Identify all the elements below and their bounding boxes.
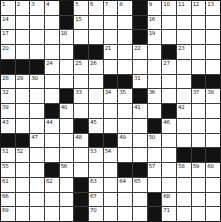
cell-r8c2[interactable] [16, 104, 30, 118]
cell-r5c4[interactable]: 24 [45, 60, 59, 74]
cell-r7c8[interactable]: 34 [104, 89, 118, 103]
cell-r8c15[interactable] [206, 104, 220, 118]
cell-r1c7[interactable]: 6 [89, 1, 103, 15]
cell-r2c9[interactable] [118, 16, 132, 30]
black-cell-r4c6 [74, 45, 88, 59]
black-cell-r5c2 [16, 60, 30, 74]
cell-r12c1[interactable]: 55 [1, 163, 15, 177]
cell-r13c14[interactable] [192, 178, 206, 192]
clue-number-9: 9 [149, 1, 152, 7]
cell-r11c9[interactable] [118, 148, 132, 162]
cell-r1c3[interactable]: 3 [30, 1, 44, 15]
cell-r8c6[interactable] [74, 104, 88, 118]
cell-r13c9[interactable]: 64 [118, 178, 132, 192]
cell-r15c1[interactable]: 69 [1, 207, 15, 221]
cell-r7c4[interactable] [45, 89, 59, 103]
clue-number-15: 15 [75, 16, 81, 22]
cell-r8c3[interactable] [30, 104, 44, 118]
cell-r2c11[interactable]: 16 [148, 16, 162, 30]
cell-r13c1[interactable]: 61 [1, 178, 15, 192]
clue-number-42: 42 [178, 104, 184, 110]
cell-r7c1[interactable]: 32 [1, 89, 15, 103]
clue-number-45: 45 [90, 119, 96, 125]
cell-r8c11[interactable] [148, 104, 162, 118]
clue-number-48: 48 [75, 134, 81, 140]
cell-r1c12[interactable]: 10 [162, 1, 176, 15]
clue-number-2: 2 [17, 1, 20, 7]
cell-r10c13[interactable] [177, 134, 191, 148]
cell-r10c3[interactable]: 47 [30, 134, 44, 148]
cell-r6c10[interactable]: 31 [133, 75, 147, 89]
cell-r9c10[interactable] [133, 119, 147, 133]
black-cell-r12c10 [133, 163, 147, 177]
clue-number-49: 49 [119, 134, 125, 140]
cell-r13c15[interactable] [206, 178, 220, 192]
clue-number-53: 53 [90, 148, 96, 154]
cell-r7c13[interactable] [177, 89, 191, 103]
cell-r9c4[interactable]: 44 [45, 119, 59, 133]
clue-number-10: 10 [163, 1, 169, 7]
clue-number-50: 50 [149, 134, 155, 140]
cell-r5c13[interactable] [177, 60, 191, 74]
cell-r2c3[interactable] [30, 16, 44, 30]
cell-r15c9[interactable] [118, 207, 132, 221]
cell-r15c4[interactable] [45, 207, 59, 221]
cell-r8c13[interactable]: 42 [177, 104, 191, 118]
cell-r10c10[interactable] [133, 134, 147, 148]
black-cell-r5c3 [30, 60, 44, 74]
cell-r4c15[interactable] [206, 45, 220, 59]
clue-number-4: 4 [46, 1, 49, 7]
cell-r11c1[interactable]: 51 [1, 148, 15, 162]
cell-r10c5[interactable] [60, 134, 74, 148]
cell-r14c10[interactable] [133, 193, 147, 207]
clue-number-57: 57 [149, 163, 155, 169]
cell-r1c4[interactable]: 4 [45, 1, 59, 15]
clue-number-3: 3 [31, 1, 34, 7]
clue-number-40: 40 [61, 104, 67, 110]
clue-number-46: 46 [163, 119, 169, 125]
black-cell-r6c14 [192, 75, 206, 89]
cell-r5c8[interactable] [104, 60, 118, 74]
cell-r7c3[interactable] [30, 89, 44, 103]
cell-r12c7[interactable] [89, 163, 103, 177]
cell-r5c14[interactable] [192, 60, 206, 74]
cell-r4c5[interactable] [60, 45, 74, 59]
cell-r9c5[interactable] [60, 119, 74, 133]
clue-number-56: 56 [61, 163, 67, 169]
clue-number-14: 14 [2, 16, 8, 22]
clue-number-70: 70 [90, 207, 96, 213]
cell-r7c12[interactable] [162, 89, 176, 103]
clue-number-27: 27 [163, 60, 169, 66]
cell-r3c1[interactable]: 17 [1, 30, 15, 44]
cell-r11c5[interactable] [60, 148, 74, 162]
cell-r9c7[interactable]: 45 [89, 119, 103, 133]
clue-number-25: 25 [75, 60, 81, 66]
cell-r1c1[interactable]: 1 [1, 1, 15, 15]
clue-number-6: 6 [90, 1, 93, 7]
cell-r4c4[interactable] [45, 45, 59, 59]
cell-r4c1[interactable]: 20 [1, 45, 15, 59]
cell-r7c15[interactable]: 38 [206, 89, 220, 103]
cell-r14c7[interactable]: 67 [89, 193, 103, 207]
cell-r6c4[interactable] [45, 75, 59, 89]
cell-r12c14[interactable]: 59 [192, 163, 206, 177]
black-cell-r15c11 [148, 207, 162, 221]
cell-r15c15[interactable] [206, 207, 220, 221]
cell-r11c10[interactable] [133, 148, 147, 162]
clue-number-68: 68 [163, 193, 169, 199]
black-cell-r12c4 [45, 163, 59, 177]
cell-r14c15[interactable] [206, 193, 220, 207]
cell-r11c12[interactable] [162, 148, 176, 162]
cell-r15c7[interactable]: 70 [89, 207, 103, 221]
cell-r6c6[interactable] [74, 75, 88, 89]
clue-number-1: 1 [2, 1, 5, 7]
clue-number-33: 33 [75, 89, 81, 95]
cell-r5c11[interactable] [148, 60, 162, 74]
clue-number-16: 16 [149, 16, 155, 22]
cell-r9c15[interactable] [206, 119, 220, 133]
cell-r11c11[interactable] [148, 148, 162, 162]
cell-r9c13[interactable] [177, 119, 191, 133]
clue-number-60: 60 [207, 163, 213, 169]
cell-r15c12[interactable]: 71 [162, 207, 176, 221]
clue-number-23: 23 [178, 45, 184, 51]
cell-r10c9[interactable]: 49 [118, 134, 132, 148]
cell-r12c5[interactable]: 56 [60, 163, 74, 177]
cell-r12c3[interactable] [30, 163, 44, 177]
clue-number-67: 67 [90, 193, 96, 199]
cell-r7c9[interactable]: 35 [118, 89, 132, 103]
cell-r8c1[interactable]: 39 [1, 104, 15, 118]
cell-r10c4[interactable] [45, 134, 59, 148]
black-cell-r2c5 [60, 16, 74, 30]
cell-r6c2[interactable]: 29 [16, 75, 30, 89]
clue-number-63: 63 [90, 178, 96, 184]
clue-number-59: 59 [193, 163, 199, 169]
cell-r10c11[interactable]: 50 [148, 134, 162, 148]
black-cell-r4c12 [162, 45, 176, 59]
cell-r14c2[interactable] [16, 193, 30, 207]
black-cell-r1c5 [60, 1, 74, 15]
clue-number-30: 30 [31, 75, 37, 81]
clue-number-47: 47 [31, 134, 37, 140]
cell-r15c10[interactable] [133, 207, 147, 221]
cell-r2c1[interactable]: 14 [1, 16, 15, 30]
cell-r3c14[interactable] [192, 30, 206, 44]
cell-r5c6[interactable]: 25 [74, 60, 88, 74]
clue-number-61: 61 [2, 178, 8, 184]
cell-r4c9[interactable] [118, 45, 132, 59]
cell-r11c2[interactable]: 52 [16, 148, 30, 162]
black-cell-r6c8 [104, 75, 118, 89]
clue-number-22: 22 [134, 45, 140, 51]
clue-number-66: 66 [2, 193, 8, 199]
cell-r2c14[interactable] [192, 16, 206, 30]
cell-r1c6[interactable]: 5 [74, 1, 88, 15]
cell-r2c4[interactable] [45, 16, 59, 30]
crossword-board: 1234567891011121314151617181920212223242… [0, 0, 221, 222]
black-cell-r4c7 [89, 45, 103, 59]
clue-number-31: 31 [134, 75, 140, 81]
cell-r14c12[interactable]: 68 [162, 193, 176, 207]
cell-r6c11[interactable] [148, 75, 162, 89]
clue-number-54: 54 [105, 148, 111, 154]
cell-r12c8[interactable] [104, 163, 118, 177]
cell-r14c14[interactable] [192, 193, 206, 207]
cell-r13c2[interactable] [16, 178, 30, 192]
cell-r7c11[interactable]: 36 [148, 89, 162, 103]
cell-r11c4[interactable] [45, 148, 59, 162]
clue-number-51: 51 [2, 148, 8, 154]
cell-r7c2[interactable] [16, 89, 30, 103]
cell-r3c15[interactable] [206, 30, 220, 44]
black-cell-r1c10 [133, 1, 147, 15]
clue-number-8: 8 [119, 1, 122, 7]
clue-number-12: 12 [193, 1, 199, 7]
cell-r3c6[interactable] [74, 30, 88, 44]
cell-r14c13[interactable] [177, 193, 191, 207]
cell-r3c13[interactable] [177, 30, 191, 44]
cell-r8c9[interactable] [118, 104, 132, 118]
cell-r2c15[interactable] [206, 16, 220, 30]
cell-r7c6[interactable]: 33 [74, 89, 88, 103]
cell-r15c8[interactable] [104, 207, 118, 221]
cell-r4c8[interactable]: 21 [104, 45, 118, 59]
cell-r1c8[interactable]: 7 [104, 1, 118, 15]
cell-r12c12[interactable] [162, 163, 176, 177]
black-cell-r10c7 [89, 134, 103, 148]
clue-number-35: 35 [119, 89, 125, 95]
clue-number-44: 44 [46, 119, 52, 125]
cell-r4c2[interactable] [16, 45, 30, 59]
clue-number-19: 19 [149, 30, 155, 36]
clue-number-32: 32 [2, 89, 8, 95]
cell-r12c15[interactable]: 60 [206, 163, 220, 177]
cell-r5c15[interactable] [206, 60, 220, 74]
clue-number-39: 39 [2, 104, 8, 110]
cell-r15c5[interactable] [60, 207, 74, 221]
cell-r1c2[interactable]: 2 [16, 1, 30, 15]
clue-number-37: 37 [193, 89, 199, 95]
cell-r8c10[interactable]: 41 [133, 104, 147, 118]
black-cell-r11c15 [206, 148, 220, 162]
black-cell-r10c2 [16, 134, 30, 148]
cell-r2c12[interactable] [162, 16, 176, 30]
cell-r6c13[interactable] [177, 75, 191, 89]
clue-number-26: 26 [90, 60, 96, 66]
cell-r4c14[interactable] [192, 45, 206, 59]
cell-r5c7[interactable]: 26 [89, 60, 103, 74]
clue-number-18: 18 [61, 30, 67, 36]
black-cell-r11c13 [177, 148, 191, 162]
clue-number-69: 69 [2, 207, 8, 213]
clue-number-13: 13 [207, 1, 213, 7]
cell-r4c10[interactable]: 22 [133, 45, 147, 59]
cell-r1c11[interactable]: 9 [148, 1, 162, 15]
cell-r13c8[interactable] [104, 178, 118, 192]
clue-number-65: 65 [134, 178, 140, 184]
cell-r11c3[interactable] [30, 148, 44, 162]
clue-number-17: 17 [2, 30, 8, 36]
cell-r5c12[interactable]: 27 [162, 60, 176, 74]
clue-number-21: 21 [105, 45, 111, 51]
cell-r13c4[interactable]: 62 [45, 178, 59, 192]
black-cell-r10c1 [1, 134, 15, 148]
black-cell-r9c6 [74, 119, 88, 133]
cell-r11c7[interactable]: 53 [89, 148, 103, 162]
clue-number-34: 34 [105, 89, 111, 95]
cell-r13c3[interactable] [30, 178, 44, 192]
cell-r13c13[interactable] [177, 178, 191, 192]
cell-r1c15[interactable]: 13 [206, 1, 220, 15]
cell-r2c6[interactable]: 15 [74, 16, 88, 30]
clue-number-55: 55 [2, 163, 8, 169]
clue-number-64: 64 [119, 178, 125, 184]
cell-r3c5[interactable]: 18 [60, 30, 74, 44]
cell-r4c11[interactable] [148, 45, 162, 59]
cell-r6c12[interactable] [162, 75, 176, 89]
cell-r7c7[interactable] [89, 89, 103, 103]
clue-number-5: 5 [75, 1, 78, 7]
cell-r15c2[interactable] [16, 207, 30, 221]
black-cell-r6c9 [118, 75, 132, 89]
clue-number-71: 71 [163, 207, 169, 213]
cell-r8c14[interactable] [192, 104, 206, 118]
cell-r6c3[interactable]: 30 [30, 75, 44, 89]
cell-r3c9[interactable] [118, 30, 132, 44]
clue-number-62: 62 [46, 178, 52, 184]
black-cell-r7c10 [133, 89, 147, 103]
cell-r14c3[interactable] [30, 193, 44, 207]
cell-r10c14[interactable] [192, 134, 206, 148]
clue-number-41: 41 [134, 104, 140, 110]
cell-r4c13[interactable]: 23 [177, 45, 191, 59]
clue-number-43: 43 [2, 119, 8, 125]
clue-number-38: 38 [207, 89, 213, 95]
black-cell-r8c12 [162, 104, 176, 118]
cell-r14c1[interactable]: 66 [1, 193, 15, 207]
black-cell-r6c15 [206, 75, 220, 89]
cell-r9c14[interactable] [192, 119, 206, 133]
clue-number-20: 20 [2, 45, 8, 51]
cell-r14c8[interactable] [104, 193, 118, 207]
cell-r2c7[interactable] [89, 16, 103, 30]
cell-r14c5[interactable] [60, 193, 74, 207]
cell-r15c13[interactable] [177, 207, 191, 221]
clue-number-7: 7 [105, 1, 108, 7]
cell-r6c1[interactable]: 28 [1, 75, 15, 89]
cell-r9c12[interactable]: 46 [162, 119, 176, 133]
cell-r2c13[interactable] [177, 16, 191, 30]
cell-r4c3[interactable] [30, 45, 44, 59]
cell-r15c14[interactable] [192, 207, 206, 221]
cell-r14c4[interactable] [45, 193, 59, 207]
clue-number-29: 29 [17, 75, 23, 81]
black-cell-r2c10 [133, 16, 147, 30]
clue-number-24: 24 [46, 60, 52, 66]
cell-r8c8[interactable] [104, 104, 118, 118]
crossword-puzzle: 1234567891011121314151617181920212223242… [0, 0, 221, 222]
cell-r2c2[interactable] [16, 16, 30, 30]
clue-number-52: 52 [17, 148, 23, 154]
cell-r1c14[interactable]: 12 [192, 1, 206, 15]
cell-r3c4[interactable] [45, 30, 59, 44]
cell-r3c7[interactable] [89, 30, 103, 44]
cell-r11c6[interactable] [74, 148, 88, 162]
cell-r9c1[interactable]: 43 [1, 119, 15, 133]
cell-r5c9[interactable] [118, 60, 132, 74]
black-cell-r14c6 [74, 193, 88, 207]
cell-r13c10[interactable]: 65 [133, 178, 147, 192]
cell-r10c15[interactable] [206, 134, 220, 148]
cell-r6c7[interactable] [89, 75, 103, 89]
cell-r3c2[interactable] [16, 30, 30, 44]
cell-r13c11[interactable] [148, 178, 162, 192]
cell-r5c10[interactable] [133, 60, 147, 74]
cell-r3c3[interactable] [30, 30, 44, 44]
cell-r12c6[interactable] [74, 163, 88, 177]
cell-r13c5[interactable] [60, 178, 74, 192]
cell-r1c13[interactable]: 11 [177, 1, 191, 15]
black-cell-r5c1 [1, 60, 15, 74]
cell-r15c3[interactable] [30, 207, 44, 221]
black-cell-r9c11 [148, 119, 162, 133]
cell-r10c6[interactable]: 48 [74, 134, 88, 148]
clue-number-28: 28 [2, 75, 8, 81]
black-cell-r12c9 [118, 163, 132, 177]
cell-r9c2[interactable] [16, 119, 30, 133]
cell-r9c8[interactable] [104, 119, 118, 133]
cell-r14c9[interactable] [118, 193, 132, 207]
cell-r12c13[interactable]: 58 [177, 163, 191, 177]
clue-number-58: 58 [178, 163, 184, 169]
cell-r3c12[interactable] [162, 30, 176, 44]
cell-r3c11[interactable]: 19 [148, 30, 162, 44]
cell-r8c5[interactable]: 40 [60, 104, 74, 118]
cell-r1c9[interactable]: 8 [118, 1, 132, 15]
cell-r13c12[interactable] [162, 178, 176, 192]
black-cell-r10c8 [104, 134, 118, 148]
cell-r7c14[interactable]: 37 [192, 89, 206, 103]
black-cell-r14c11 [148, 193, 162, 207]
black-cell-r7c5 [60, 89, 74, 103]
cell-r8c7[interactable] [89, 104, 103, 118]
cell-r5c5[interactable] [60, 60, 74, 74]
cell-r9c3[interactable] [30, 119, 44, 133]
cell-r12c2[interactable] [16, 163, 30, 177]
cell-r6c5[interactable] [60, 75, 74, 89]
cell-r12c11[interactable]: 57 [148, 163, 162, 177]
clue-number-36: 36 [149, 89, 155, 95]
cell-r10c12[interactable] [162, 134, 176, 148]
cell-r13c7[interactable]: 63 [89, 178, 103, 192]
black-cell-r13c6 [74, 178, 88, 192]
clue-number-11: 11 [178, 1, 184, 7]
cell-r2c8[interactable] [104, 16, 118, 30]
black-cell-r11c14 [192, 148, 206, 162]
black-cell-r15c6 [74, 207, 88, 221]
black-cell-r3c10 [133, 30, 147, 44]
cell-r11c8[interactable]: 54 [104, 148, 118, 162]
black-cell-r8c4 [45, 104, 59, 118]
cell-r3c8[interactable] [104, 30, 118, 44]
cell-r9c9[interactable] [118, 119, 132, 133]
